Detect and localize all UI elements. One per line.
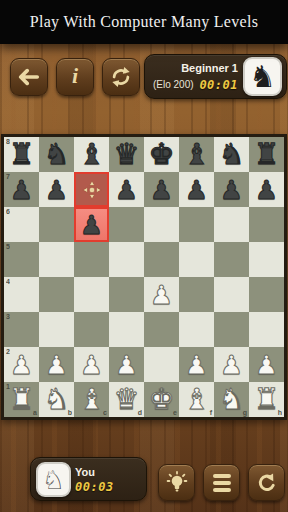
square-e6[interactable] [144,207,179,242]
player-panel: ♘ You 00:03 [30,457,147,501]
square-b4[interactable] [39,277,74,312]
black-pawn-c6[interactable]: ♟ [80,212,103,238]
hint-bulb-icon [165,471,189,495]
square-f5[interactable] [179,242,214,277]
chess-app: Play With Computer Many Levels i Beginne… [0,0,288,512]
file-label-c: c [103,409,107,416]
square-c4[interactable] [74,277,109,312]
rank-label-4: 4 [6,278,10,285]
square-b2[interactable]: ♟ [39,347,74,382]
square-h1[interactable]: ♜h [249,382,284,417]
black-queen-d8[interactable]: ♛ [114,140,140,169]
rank-label-2: 2 [6,348,10,355]
white-king-e1[interactable]: ♚ [149,385,175,414]
square-b8[interactable]: ♞ [39,137,74,172]
opponent-elo: (Elo 200) [153,79,194,90]
square-h5[interactable] [249,242,284,277]
file-label-h: h [278,409,282,416]
white-knight-icon: ♘ [42,467,65,493]
hint-button[interactable] [158,464,195,501]
square-a8[interactable]: ♜8 [4,137,39,172]
square-c8[interactable]: ♝ [74,137,109,172]
square-g5[interactable] [214,242,249,277]
page-title: Play With Computer Many Levels [30,13,258,31]
black-pawn-f7[interactable]: ♟ [185,177,208,203]
square-b1[interactable]: ♞b [39,382,74,417]
player-name: You [75,466,95,478]
square-b3[interactable] [39,312,74,347]
square-c5[interactable] [74,242,109,277]
white-pawn-g2[interactable]: ♟ [220,352,243,378]
square-h2[interactable]: ♟ [249,347,284,382]
file-label-b: b [68,409,72,416]
square-h4[interactable] [249,277,284,312]
square-g8[interactable]: ♞ [214,137,249,172]
square-c7[interactable] [74,172,109,207]
black-pawn-b7[interactable]: ♟ [45,177,68,203]
square-a7[interactable]: ♟7 [4,172,39,207]
white-rook-a1[interactable]: ♜ [9,385,35,414]
square-h3[interactable] [249,312,284,347]
black-pawn-d7[interactable]: ♟ [115,177,138,203]
square-f3[interactable] [179,312,214,347]
file-label-g: g [243,409,247,416]
square-f4[interactable] [179,277,214,312]
square-a4[interactable]: 4 [4,277,39,312]
rank-label-8: 8 [6,138,10,145]
menu-button[interactable] [203,464,240,501]
square-f7[interactable]: ♟ [179,172,214,207]
square-d4[interactable] [109,277,144,312]
opponent-panel: Beginner 1 (Elo 200) 00:01 ♞ [144,54,287,99]
white-pawn-c2[interactable]: ♟ [80,352,103,378]
info-icon: i [72,65,78,87]
file-label-a: a [33,409,37,416]
white-rook-h1[interactable]: ♜ [254,385,280,414]
chess-board: ♜8♞♝♛♚♝♞♜♟7♟♟♟♟♟♟6♟54♟3♟2♟♟♟♟♟♟♜1a♞b♝c♛d… [1,134,287,420]
file-label-e: e [173,409,177,416]
opponent-avatar: ♞ [243,57,282,96]
square-e5[interactable] [144,242,179,277]
rank-label-1: 1 [6,383,10,390]
black-pawn-e7[interactable]: ♟ [150,177,173,203]
square-g4[interactable] [214,277,249,312]
white-pawn-f2[interactable]: ♟ [185,352,208,378]
square-d5[interactable] [109,242,144,277]
square-a3[interactable]: 3 [4,312,39,347]
undo-icon [256,472,278,494]
square-f1[interactable]: ♝f [179,382,214,417]
square-g2[interactable]: ♟ [214,347,249,382]
opponent-clock: 00:01 [199,78,238,92]
black-pawn-h7[interactable]: ♟ [255,177,278,203]
rank-label-3: 3 [6,313,10,320]
square-b5[interactable] [39,242,74,277]
undo-button[interactable] [248,464,285,501]
black-king-e8[interactable]: ♚ [149,140,175,169]
file-label-f: f [210,409,212,416]
info-button[interactable]: i [56,58,94,96]
square-d1[interactable]: ♛d [109,382,144,417]
black-knight-g8[interactable]: ♞ [219,140,245,169]
square-a5[interactable]: 5 [4,242,39,277]
white-queen-d1[interactable]: ♛ [114,385,140,414]
square-d8[interactable]: ♛ [109,137,144,172]
square-e2[interactable] [144,347,179,382]
black-knight-icon: ♞ [249,62,276,92]
black-bishop-c8[interactable]: ♝ [79,140,105,169]
back-icon [18,68,40,86]
black-rook-a8[interactable]: ♜ [9,140,35,169]
square-c1[interactable]: ♝c [74,382,109,417]
white-pawn-a2[interactable]: ♟ [10,352,33,378]
white-pawn-b2[interactable]: ♟ [45,352,68,378]
black-rook-h8[interactable]: ♜ [254,140,280,169]
square-b6[interactable] [39,207,74,242]
square-g7[interactable]: ♟ [214,172,249,207]
file-label-d: d [138,409,142,416]
white-pawn-h2[interactable]: ♟ [255,352,278,378]
square-e3[interactable] [144,312,179,347]
square-h6[interactable] [249,207,284,242]
square-a6[interactable]: 6 [4,207,39,242]
square-b7[interactable]: ♟ [39,172,74,207]
white-bishop-f1[interactable]: ♝ [184,385,210,414]
square-d3[interactable] [109,312,144,347]
square-h7[interactable]: ♟ [249,172,284,207]
square-c6[interactable]: ♟ [74,207,109,242]
rank-label-6: 6 [6,208,10,215]
square-g1[interactable]: ♞g [214,382,249,417]
square-a2[interactable]: ♟2 [4,347,39,382]
menu-icon [213,474,231,492]
square-e1[interactable]: ♚e [144,382,179,417]
square-e8[interactable]: ♚ [144,137,179,172]
rank-label-5: 5 [6,243,10,250]
black-knight-b8[interactable]: ♞ [44,140,70,169]
square-d7[interactable]: ♟ [109,172,144,207]
square-a1[interactable]: ♜1a [4,382,39,417]
black-pawn-a7[interactable]: ♟ [10,177,33,203]
black-bishop-f8[interactable]: ♝ [184,140,210,169]
square-e7[interactable]: ♟ [144,172,179,207]
player-avatar: ♘ [36,462,71,497]
square-c2[interactable]: ♟ [74,347,109,382]
square-c3[interactable] [74,312,109,347]
white-bishop-c1[interactable]: ♝ [79,385,105,414]
white-pawn-d2[interactable]: ♟ [115,352,138,378]
square-f6[interactable] [179,207,214,242]
square-g3[interactable] [214,312,249,347]
square-d2[interactable]: ♟ [109,347,144,382]
square-e4[interactable]: ♟ [144,277,179,312]
black-pawn-g7[interactable]: ♟ [220,177,243,203]
flip-board-icon [110,66,132,88]
white-pawn-e4[interactable]: ♟ [150,282,173,308]
square-f2[interactable]: ♟ [179,347,214,382]
square-h8[interactable]: ♜ [249,137,284,172]
flip-board-button[interactable] [102,58,140,96]
square-f8[interactable]: ♝ [179,137,214,172]
square-d6[interactable] [109,207,144,242]
square-g6[interactable] [214,207,249,242]
rank-label-7: 7 [6,173,10,180]
white-knight-g1[interactable]: ♞ [219,385,245,414]
title-bar: Play With Computer Many Levels [0,0,288,44]
opponent-name: Beginner 1 [181,62,238,74]
back-button[interactable] [10,58,48,96]
white-knight-b1[interactable]: ♞ [44,385,70,414]
player-clock: 00:03 [75,480,114,494]
